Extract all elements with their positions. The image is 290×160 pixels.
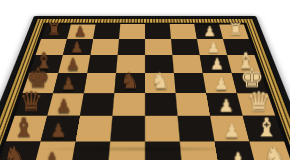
- piece-bN-e5[interactable]: ♞: [120, 71, 139, 93]
- square-c7[interactable]: ♟: [41, 116, 80, 142]
- square-h1[interactable]: ♜: [219, 24, 249, 39]
- piece-bP-h7[interactable]: ♟: [74, 24, 87, 38]
- board-tilt-wrapper: ♜♟♟♜♟♟♝♟♟♝♚♟♞♞♟♚♛♟♟♛♝♟♟♝♞♟♟♞♜♟♟♜: [0, 16, 290, 160]
- square-d4[interactable]: [145, 93, 178, 116]
- square-e3[interactable]: [174, 73, 206, 93]
- square-d7[interactable]: ♟: [47, 93, 83, 116]
- piece-wR-h1[interactable]: ♜: [228, 22, 243, 38]
- chess-set-photo: ♜♟♟♜♟♟♝♟♟♝♚♟♞♞♟♚♛♟♟♛♝♟♟♝♞♟♟♞♜♟♟♜: [0, 0, 290, 160]
- piece-bP-e7[interactable]: ♟: [61, 76, 76, 93]
- square-d3[interactable]: [176, 93, 211, 116]
- gold-trim-border: ♜♟♟♜♟♟♝♟♟♝♚♟♞♞♟♚♛♟♟♛♝♟♟♝♞♟♟♞♜♟♟♜: [0, 18, 290, 160]
- square-g6[interactable]: [90, 39, 119, 55]
- square-h2[interactable]: ♟: [194, 24, 222, 39]
- square-f7[interactable]: ♟: [58, 55, 90, 73]
- square-h6[interactable]: [93, 24, 120, 39]
- square-d6[interactable]: [80, 93, 115, 116]
- square-h8[interactable]: ♜: [41, 24, 71, 39]
- square-h4[interactable]: [145, 24, 171, 39]
- piece-wP-d2[interactable]: ♟: [218, 97, 234, 115]
- piece-bB-c8[interactable]: ♝: [12, 114, 35, 140]
- piece-bP-f7[interactable]: ♟: [66, 57, 80, 73]
- piece-bN-b8[interactable]: ♞: [3, 143, 27, 160]
- square-c4[interactable]: [145, 116, 180, 142]
- square-h7[interactable]: ♟: [67, 24, 95, 39]
- piece-bP-c7[interactable]: ♟: [50, 122, 67, 141]
- piece-wB-c1[interactable]: ♝: [255, 114, 278, 140]
- piece-bP-g7[interactable]: ♟: [70, 40, 83, 55]
- piece-bR-h8[interactable]: ♜: [47, 22, 62, 38]
- chess-board-grid: ♜♟♟♜♟♟♝♟♟♝♚♟♞♞♟♚♛♟♟♛♝♟♟♝♞♟♟♞♜♟♟♜: [0, 24, 290, 160]
- square-c3[interactable]: [178, 116, 215, 142]
- piece-wN-e4[interactable]: ♞: [151, 71, 170, 93]
- square-f6[interactable]: [87, 55, 117, 73]
- piece-wP-g2[interactable]: ♟: [207, 40, 220, 55]
- square-g4[interactable]: [145, 39, 172, 55]
- square-f3[interactable]: [172, 55, 202, 73]
- piece-wN-b1[interactable]: ♞: [263, 143, 287, 160]
- piece-wP-h2[interactable]: ♟: [204, 24, 217, 38]
- piece-wP-c2[interactable]: ♟: [223, 122, 240, 141]
- square-c1[interactable]: ♝: [243, 116, 284, 142]
- piece-wP-f2[interactable]: ♟: [210, 57, 224, 73]
- square-e7[interactable]: ♟: [53, 73, 87, 93]
- square-g7[interactable]: ♟: [63, 39, 93, 55]
- floor-shadow: [34, 146, 256, 152]
- square-e4[interactable]: ♞: [145, 73, 176, 93]
- piece-bP-d7[interactable]: ♟: [56, 97, 72, 115]
- square-d5[interactable]: [112, 93, 145, 116]
- square-c6[interactable]: [75, 116, 112, 142]
- square-h3[interactable]: [170, 24, 197, 39]
- piece-wP-e2[interactable]: ♟: [214, 76, 229, 93]
- board-frame: ♜♟♟♜♟♟♝♟♟♝♚♟♞♞♟♚♛♟♟♛♝♟♟♝♞♟♟♞♜♟♟♜: [0, 16, 290, 160]
- board-inner-edge: ♜♟♟♜♟♟♝♟♟♝♚♟♞♞♟♚♛♟♟♛♝♟♟♝♞♟♟♞♜♟♟♜: [0, 23, 290, 160]
- square-h5[interactable]: [119, 24, 145, 39]
- square-e5[interactable]: ♞: [114, 73, 145, 93]
- square-g5[interactable]: [118, 39, 145, 55]
- square-e6[interactable]: [84, 73, 116, 93]
- square-g3[interactable]: [171, 39, 200, 55]
- square-c5[interactable]: [110, 116, 145, 142]
